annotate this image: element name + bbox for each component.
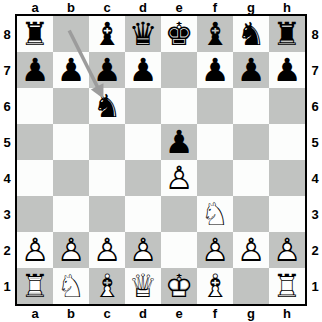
square-g6[interactable] [233,88,269,124]
piece-black-pawn: ♟ [161,124,197,160]
piece-glyph: ♞ [233,16,269,52]
piece-glyph: ♜ [269,16,305,52]
file-label-bottom-a: a [17,306,53,321]
square-h8[interactable]: ♜ [269,16,305,52]
square-h3[interactable] [269,196,305,232]
piece-glyph: ♝ [197,16,233,52]
square-g2[interactable]: ♟♙ [233,232,269,268]
square-c8[interactable]: ♝ [89,16,125,52]
piece-white-bishop: ♝♗ [197,268,233,304]
rank-label-left-6: 6 [0,88,14,124]
square-f3[interactable]: ♞♘ [197,196,233,232]
piece-outline: ♙ [53,232,89,268]
square-h2[interactable]: ♟♙ [269,232,305,268]
square-b4[interactable] [53,160,89,196]
square-f1[interactable]: ♝♗ [197,268,233,304]
rank-label-left-1: 1 [0,268,14,304]
piece-outline: ♖ [269,268,305,304]
square-g1[interactable] [233,268,269,304]
rank-label-right-4: 4 [308,160,322,196]
file-label-top-g: g [233,0,269,15]
square-h1[interactable]: ♜♖ [269,268,305,304]
square-a4[interactable] [17,160,53,196]
piece-black-bishop: ♝ [89,16,125,52]
square-f7[interactable]: ♟ [197,52,233,88]
file-label-bottom-h: h [269,306,305,321]
square-a1[interactable]: ♜♖ [17,268,53,304]
file-label-bottom-f: f [197,306,233,321]
square-d7[interactable]: ♟ [125,52,161,88]
square-c3[interactable] [89,196,125,232]
square-e5[interactable]: ♟ [161,124,197,160]
piece-glyph: ♟ [161,124,197,160]
piece-outline: ♖ [17,268,53,304]
file-labels-top: abcdefgh [17,0,305,15]
piece-black-queen: ♛ [125,16,161,52]
rank-labels-left: 87654321 [0,16,14,304]
square-c4[interactable] [89,160,125,196]
piece-black-pawn: ♟ [233,52,269,88]
rank-label-right-7: 7 [308,52,322,88]
square-g4[interactable] [233,160,269,196]
rank-label-right-5: 5 [308,124,322,160]
piece-white-knight: ♞♘ [53,268,89,304]
square-f4[interactable] [197,160,233,196]
rank-label-left-7: 7 [0,52,14,88]
piece-glyph: ♟ [269,52,305,88]
square-a8[interactable]: ♜ [17,16,53,52]
piece-white-king: ♚♔ [161,268,197,304]
square-d3[interactable] [125,196,161,232]
piece-white-pawn: ♟♙ [89,232,125,268]
piece-glyph: ♛ [125,16,161,52]
square-c2[interactable]: ♟♙ [89,232,125,268]
rank-label-right-3: 3 [308,196,322,232]
piece-outline: ♙ [161,160,197,196]
square-b5[interactable] [53,124,89,160]
piece-glyph: ♝ [89,16,125,52]
piece-black-pawn: ♟ [197,52,233,88]
piece-white-pawn: ♟♙ [17,232,53,268]
square-b8[interactable] [53,16,89,52]
square-a3[interactable] [17,196,53,232]
square-d6[interactable] [125,88,161,124]
piece-glyph: ♟ [125,52,161,88]
square-g7[interactable]: ♟ [233,52,269,88]
chess-diagram: abcdefgh 87654321 87654321 abcdefgh ♜♝♛♚… [0,0,322,322]
piece-black-pawn: ♟ [125,52,161,88]
piece-white-pawn: ♟♙ [161,160,197,196]
piece-white-bishop: ♝♗ [89,268,125,304]
square-d4[interactable] [125,160,161,196]
piece-outline: ♙ [89,232,125,268]
square-b3[interactable] [53,196,89,232]
piece-outline: ♘ [197,196,233,232]
square-d1[interactable]: ♛♕ [125,268,161,304]
square-f5[interactable] [197,124,233,160]
piece-black-rook: ♜ [17,16,53,52]
square-e8[interactable]: ♚ [161,16,197,52]
piece-outline: ♙ [17,232,53,268]
square-e4[interactable]: ♟♙ [161,160,197,196]
square-g8[interactable]: ♞ [233,16,269,52]
square-d5[interactable] [125,124,161,160]
chess-board: ♜♝♛♚♝♞♜♟♟♟♟♟♟♟♞♟♟♙♞♘♟♙♟♙♟♙♟♙♟♙♟♙♟♙♜♖♞♘♝♗… [15,14,307,306]
square-e2[interactable] [161,232,197,268]
piece-outline: ♔ [161,268,197,304]
rank-label-right-8: 8 [308,16,322,52]
file-label-bottom-b: b [53,306,89,321]
piece-black-knight: ♞ [89,88,125,124]
square-c5[interactable] [89,124,125,160]
file-label-top-b: b [53,0,89,15]
piece-black-pawn: ♟ [89,52,125,88]
piece-outline: ♙ [233,232,269,268]
square-a7[interactable]: ♟ [17,52,53,88]
piece-outline: ♕ [125,268,161,304]
square-g3[interactable] [233,196,269,232]
file-label-top-c: c [89,0,125,15]
square-a6[interactable] [17,88,53,124]
piece-black-king: ♚ [161,16,197,52]
piece-white-knight: ♞♘ [197,196,233,232]
piece-glyph: ♚ [161,16,197,52]
piece-white-pawn: ♟♙ [269,232,305,268]
square-c1[interactable]: ♝♗ [89,268,125,304]
rank-label-right-2: 2 [308,232,322,268]
piece-glyph: ♞ [89,88,125,124]
piece-white-pawn: ♟♙ [233,232,269,268]
square-f8[interactable]: ♝ [197,16,233,52]
square-e1[interactable]: ♚♔ [161,268,197,304]
piece-glyph: ♟ [53,52,89,88]
piece-white-queen: ♛♕ [125,268,161,304]
square-d8[interactable]: ♛ [125,16,161,52]
square-h6[interactable] [269,88,305,124]
square-h7[interactable]: ♟ [269,52,305,88]
rank-labels-right: 87654321 [308,16,322,304]
piece-glyph: ♟ [89,52,125,88]
piece-white-rook: ♜♖ [17,268,53,304]
piece-black-pawn: ♟ [53,52,89,88]
piece-white-pawn: ♟♙ [197,232,233,268]
piece-white-rook: ♜♖ [269,268,305,304]
rank-label-left-2: 2 [0,232,14,268]
file-label-bottom-c: c [89,306,125,321]
square-c6[interactable]: ♞ [89,88,125,124]
piece-glyph: ♟ [233,52,269,88]
piece-white-pawn: ♟♙ [125,232,161,268]
file-label-top-e: e [161,0,197,15]
square-e3[interactable] [161,196,197,232]
piece-black-bishop: ♝ [197,16,233,52]
piece-outline: ♗ [89,268,125,304]
square-g5[interactable] [233,124,269,160]
square-b1[interactable]: ♞♘ [53,268,89,304]
rank-label-right-6: 6 [308,88,322,124]
rank-label-left-8: 8 [0,16,14,52]
square-f2[interactable]: ♟♙ [197,232,233,268]
piece-black-knight: ♞ [233,16,269,52]
file-label-top-h: h [269,0,305,15]
piece-black-pawn: ♟ [269,52,305,88]
file-label-top-d: d [125,0,161,15]
file-label-bottom-d: d [125,306,161,321]
piece-outline: ♗ [197,268,233,304]
square-b7[interactable]: ♟ [53,52,89,88]
square-e6[interactable] [161,88,197,124]
square-h4[interactable] [269,160,305,196]
rank-label-left-4: 4 [0,160,14,196]
rank-label-left-5: 5 [0,124,14,160]
square-a2[interactable]: ♟♙ [17,232,53,268]
piece-white-pawn: ♟♙ [53,232,89,268]
file-label-top-f: f [197,0,233,15]
piece-outline: ♙ [197,232,233,268]
piece-outline: ♘ [53,268,89,304]
file-label-bottom-e: e [161,306,197,321]
file-label-top-a: a [17,0,53,15]
piece-black-rook: ♜ [269,16,305,52]
rank-label-left-3: 3 [0,196,14,232]
square-c7[interactable]: ♟ [89,52,125,88]
file-label-bottom-g: g [233,306,269,321]
piece-glyph: ♜ [17,16,53,52]
file-labels-bottom: abcdefgh [17,306,305,321]
square-d2[interactable]: ♟♙ [125,232,161,268]
rank-label-right-1: 1 [308,268,322,304]
piece-glyph: ♟ [17,52,53,88]
piece-outline: ♙ [269,232,305,268]
square-a5[interactable] [17,124,53,160]
square-f6[interactable] [197,88,233,124]
square-h5[interactable] [269,124,305,160]
piece-black-pawn: ♟ [17,52,53,88]
square-b6[interactable] [53,88,89,124]
square-b2[interactable]: ♟♙ [53,232,89,268]
piece-glyph: ♟ [197,52,233,88]
piece-outline: ♙ [125,232,161,268]
square-e7[interactable] [161,52,197,88]
